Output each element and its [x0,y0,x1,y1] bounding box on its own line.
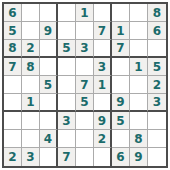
sudoku-cell-r7c4: 3 [58,112,76,130]
sudoku-cell-r6c8[interactable] [130,94,148,112]
sudoku-cell-r3c7: 7 [112,40,130,58]
sudoku-page: 6185971682537783155712159339542823769 [0,0,170,170]
sudoku-cell-r5c8[interactable] [130,76,148,94]
sudoku-cell-r7c9[interactable] [148,112,166,130]
sudoku-cell-r5c3: 5 [40,76,58,94]
sudoku-cell-r8c3: 4 [40,130,58,148]
sudoku-cell-r7c8[interactable] [130,112,148,130]
sudoku-cell-r3c9[interactable] [148,40,166,58]
sudoku-cell-r7c3[interactable] [40,112,58,130]
sudoku-cell-r2c9: 6 [148,22,166,40]
sudoku-cell-r4c2: 8 [22,58,40,76]
sudoku-cell-r4c5[interactable] [76,58,94,76]
sudoku-cell-r9c5[interactable] [76,148,94,166]
sudoku-board: 6185971682537783155712159339542823769 [2,2,168,168]
sudoku-cell-r2c5[interactable] [76,22,94,40]
sudoku-cell-r6c4[interactable] [58,94,76,112]
sudoku-cell-r9c7: 6 [112,148,130,166]
sudoku-cell-r4c6: 3 [94,58,112,76]
sudoku-cell-r1c5: 1 [76,4,94,22]
sudoku-cell-r9c1: 2 [4,148,22,166]
sudoku-cell-r1c3[interactable] [40,4,58,22]
sudoku-cell-r2c8[interactable] [130,22,148,40]
sudoku-cell-r9c9[interactable] [148,148,166,166]
sudoku-cell-r6c9: 3 [148,94,166,112]
sudoku-cell-r9c8: 9 [130,148,148,166]
sudoku-cell-r6c2: 1 [22,94,40,112]
sudoku-cell-r5c2[interactable] [22,76,40,94]
sudoku-cell-r5c7[interactable] [112,76,130,94]
sudoku-cell-r8c1[interactable] [4,130,22,148]
sudoku-cell-r5c4[interactable] [58,76,76,94]
sudoku-cell-r1c1: 6 [4,4,22,22]
sudoku-cell-r8c5[interactable] [76,130,94,148]
sudoku-cell-r7c1[interactable] [4,112,22,130]
sudoku-cell-r3c1: 8 [4,40,22,58]
sudoku-cell-r6c6[interactable] [94,94,112,112]
sudoku-cell-r9c4: 7 [58,148,76,166]
sudoku-cell-r4c1: 7 [4,58,22,76]
sudoku-cell-r6c3[interactable] [40,94,58,112]
sudoku-cell-r5c9: 2 [148,76,166,94]
sudoku-cell-r4c4[interactable] [58,58,76,76]
sudoku-cell-r2c6: 7 [94,22,112,40]
sudoku-cell-r3c6[interactable] [94,40,112,58]
sudoku-cell-r6c5: 5 [76,94,94,112]
sudoku-cell-r8c4[interactable] [58,130,76,148]
sudoku-cell-r7c5[interactable] [76,112,94,130]
sudoku-cell-r5c6: 1 [94,76,112,94]
sudoku-cell-r6c1[interactable] [4,94,22,112]
sudoku-cell-r8c9[interactable] [148,130,166,148]
sudoku-cell-r3c5: 3 [76,40,94,58]
sudoku-cell-r1c6[interactable] [94,4,112,22]
sudoku-cell-r2c1: 5 [4,22,22,40]
sudoku-cell-r9c2: 3 [22,148,40,166]
sudoku-cell-r4c7[interactable] [112,58,130,76]
sudoku-cell-r4c8: 1 [130,58,148,76]
sudoku-cell-r8c8: 8 [130,130,148,148]
sudoku-cell-r1c4[interactable] [58,4,76,22]
sudoku-cell-r2c4[interactable] [58,22,76,40]
sudoku-cell-r8c6: 2 [94,130,112,148]
sudoku-cell-r1c9: 8 [148,4,166,22]
sudoku-cell-r2c2[interactable] [22,22,40,40]
sudoku-cell-r4c3[interactable] [40,58,58,76]
sudoku-cell-r7c2[interactable] [22,112,40,130]
sudoku-cell-r9c3[interactable] [40,148,58,166]
sudoku-cell-r3c8[interactable] [130,40,148,58]
sudoku-cell-r6c7: 9 [112,94,130,112]
sudoku-cell-r1c7[interactable] [112,4,130,22]
sudoku-cell-r8c7[interactable] [112,130,130,148]
sudoku-cell-r8c2[interactable] [22,130,40,148]
sudoku-cell-r1c2[interactable] [22,4,40,22]
sudoku-cell-r2c3: 9 [40,22,58,40]
sudoku-cell-r7c7: 5 [112,112,130,130]
sudoku-cell-r1c8[interactable] [130,4,148,22]
sudoku-cell-r9c6[interactable] [94,148,112,166]
sudoku-cell-r4c9: 5 [148,58,166,76]
sudoku-cell-r3c3[interactable] [40,40,58,58]
sudoku-cell-r5c5: 7 [76,76,94,94]
sudoku-cell-r2c7: 1 [112,22,130,40]
sudoku-cell-r3c2: 2 [22,40,40,58]
sudoku-cell-r3c4: 5 [58,40,76,58]
sudoku-cell-r7c6: 9 [94,112,112,130]
sudoku-cell-r5c1[interactable] [4,76,22,94]
